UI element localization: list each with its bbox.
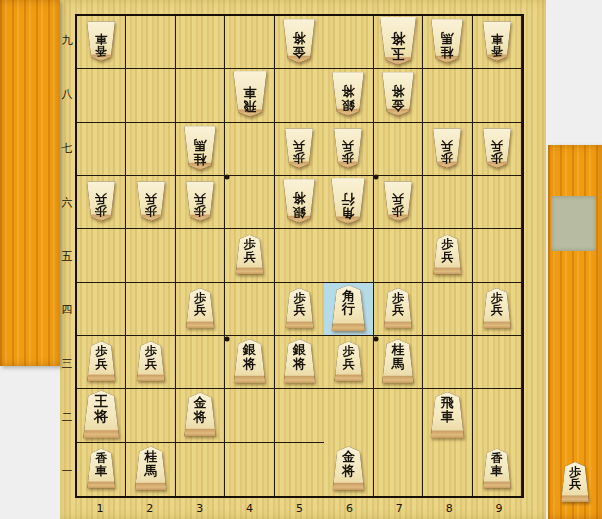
- rank-label: 三: [59, 337, 75, 391]
- piece-kanji: 角行: [330, 178, 367, 224]
- square-4五[interactable]: 歩兵: [225, 229, 274, 282]
- square-6七[interactable]: 歩兵: [324, 123, 373, 176]
- shogi-piece-歩兵[interactable]: 歩兵: [333, 341, 364, 381]
- piece-kanji: 歩兵: [135, 341, 166, 381]
- square-8四[interactable]: [423, 283, 472, 336]
- piece-kanji: 王将: [81, 391, 121, 439]
- shogi-piece-歩兵[interactable]: 歩兵: [234, 235, 265, 275]
- shogi-piece-銀将[interactable]: 銀将: [232, 339, 267, 383]
- rank-label: 八: [59, 68, 75, 122]
- square-3三[interactable]: [176, 336, 225, 389]
- square-9九[interactable]: 香車: [473, 16, 522, 69]
- square-7一[interactable]: [374, 443, 423, 496]
- piece-kanji: 桂馬: [430, 19, 465, 63]
- square-5七[interactable]: 歩兵: [275, 123, 324, 176]
- square-5四[interactable]: 歩兵: [275, 283, 324, 336]
- shogi-piece-角行[interactable]: 角行: [330, 178, 367, 224]
- rank-label: 四: [59, 283, 75, 337]
- square-7二[interactable]: [374, 389, 423, 442]
- square-3七[interactable]: 桂馬: [176, 123, 225, 176]
- square-4一[interactable]: [225, 443, 274, 496]
- square-9五[interactable]: [473, 229, 522, 282]
- square-6八[interactable]: 銀将: [324, 69, 373, 122]
- rank-label: 一: [59, 444, 75, 498]
- square-3五[interactable]: [176, 229, 225, 282]
- piece-kanji: 歩兵: [185, 288, 216, 328]
- piece-kanji: 歩兵: [284, 128, 315, 168]
- rank-label: 六: [59, 175, 75, 229]
- square-5八[interactable]: [275, 69, 324, 122]
- square-8七[interactable]: 歩兵: [423, 123, 472, 176]
- piece-kanji: 香車: [481, 449, 512, 489]
- piece-kanji: 歩兵: [560, 462, 591, 502]
- square-8三[interactable]: [423, 336, 472, 389]
- piece-kanji: 金将: [282, 19, 317, 63]
- shogi-piece-香車[interactable]: 香車: [86, 21, 117, 61]
- rank-label: 七: [59, 122, 75, 176]
- komadai-empty-slot: [551, 196, 596, 251]
- square-1三[interactable]: 歩兵: [77, 336, 126, 389]
- rank-label: 九: [59, 14, 75, 68]
- square-5五[interactable]: [275, 229, 324, 282]
- shogi-piece-桂馬[interactable]: 桂馬: [380, 339, 415, 383]
- piece-kanji: 金将: [331, 446, 366, 490]
- square-7三[interactable]: 桂馬: [374, 336, 423, 389]
- file-label: 1: [75, 498, 125, 518]
- piece-kanji: 歩兵: [382, 181, 413, 221]
- piece-kanji: 銀将: [331, 73, 366, 117]
- piece-kanji: 飛車: [429, 392, 466, 438]
- file-label: 4: [225, 498, 275, 518]
- square-1四[interactable]: [77, 283, 126, 336]
- square-6五[interactable]: [324, 229, 373, 282]
- piece-kanji: 歩兵: [234, 235, 265, 275]
- piece-kanji: 金将: [380, 73, 415, 117]
- square-1七[interactable]: [77, 123, 126, 176]
- shogi-piece-歩兵[interactable]: 歩兵: [481, 288, 512, 328]
- piece-kanji: 銀将: [232, 339, 267, 383]
- square-3一[interactable]: [176, 443, 225, 496]
- square-6一[interactable]: 金将: [324, 443, 373, 496]
- rank-label: 二: [59, 390, 75, 444]
- shogi-piece-歩兵[interactable]: 歩兵: [481, 128, 512, 168]
- square-2八[interactable]: [126, 69, 175, 122]
- square-7四[interactable]: 歩兵: [374, 283, 423, 336]
- piece-kanji: 歩兵: [333, 341, 364, 381]
- shogi-app: 歩兵 九八七六五四三二一 123456789 香車金将玉将桂馬香車飛車銀将金将桂…: [0, 0, 602, 519]
- square-1二[interactable]: 王将: [77, 389, 126, 442]
- square-2二[interactable]: [126, 389, 175, 442]
- shogi-piece-歩兵[interactable]: 歩兵: [284, 288, 315, 328]
- square-2六[interactable]: 歩兵: [126, 176, 175, 229]
- gote-hand-pieces: 歩兵: [560, 462, 591, 502]
- shogi-piece-歩兵[interactable]: 歩兵: [382, 181, 413, 221]
- piece-kanji: 歩兵: [481, 288, 512, 328]
- piece-kanji: 歩兵: [333, 128, 364, 168]
- shogi-piece-角行[interactable]: 角行: [330, 285, 367, 331]
- shogi-piece-香車[interactable]: 香車: [86, 449, 117, 489]
- square-8六[interactable]: [423, 176, 472, 229]
- square-4六[interactable]: [225, 176, 274, 229]
- shogi-piece-歩兵[interactable]: 歩兵: [382, 288, 413, 328]
- square-2七[interactable]: [126, 123, 175, 176]
- file-label: 8: [424, 498, 474, 518]
- square-7七[interactable]: [374, 123, 423, 176]
- square-3六[interactable]: 歩兵: [176, 176, 225, 229]
- piece-kanji: 歩兵: [481, 128, 512, 168]
- file-label: 2: [125, 498, 175, 518]
- square-4二[interactable]: [225, 389, 274, 442]
- square-4九[interactable]: [225, 16, 274, 69]
- square-6四[interactable]: 角行: [324, 283, 373, 336]
- square-6九[interactable]: [324, 16, 373, 69]
- rank-label: 五: [59, 229, 75, 283]
- square-7五[interactable]: [374, 229, 423, 282]
- square-9八[interactable]: [473, 69, 522, 122]
- square-4三[interactable]: 銀将: [225, 336, 274, 389]
- square-5一[interactable]: [275, 443, 324, 496]
- shogi-piece-歩兵[interactable]: 歩兵: [185, 181, 216, 221]
- file-label: 7: [374, 498, 424, 518]
- square-8二[interactable]: 飛車: [423, 389, 472, 442]
- square-3八[interactable]: [176, 69, 225, 122]
- piece-kanji: 歩兵: [185, 181, 216, 221]
- piece-kanji: 銀将: [282, 339, 317, 383]
- file-label: 9: [474, 498, 524, 518]
- piece-kanji: 飛車: [231, 72, 268, 118]
- shogi-piece-歩兵[interactable]: 歩兵: [432, 128, 463, 168]
- shogi-piece-銀将[interactable]: 銀将: [282, 339, 317, 383]
- square-4四[interactable]: [225, 283, 274, 336]
- shogi-piece-金将[interactable]: 金将: [331, 446, 366, 490]
- sente-komadai: [0, 0, 60, 366]
- square-9一[interactable]: 香車: [473, 443, 522, 496]
- shogi-piece-歩兵[interactable]: 歩兵: [284, 128, 315, 168]
- piece-kanji: 角行: [330, 285, 367, 331]
- shogi-piece-歩兵[interactable]: 歩兵: [333, 128, 364, 168]
- shogi-piece-桂馬[interactable]: 桂馬: [183, 126, 218, 170]
- square-4七[interactable]: [225, 123, 274, 176]
- piece-kanji: 玉将: [378, 17, 418, 65]
- shogi-piece-金将[interactable]: 金将: [183, 393, 218, 437]
- square-1一[interactable]: 香車: [77, 443, 126, 496]
- square-5二[interactable]: [275, 389, 324, 442]
- square-9三[interactable]: [473, 336, 522, 389]
- shogi-piece-歩兵[interactable]: 歩兵: [86, 341, 117, 381]
- shogi-piece-香車[interactable]: 香車: [481, 449, 512, 489]
- square-2一[interactable]: 桂馬: [126, 443, 175, 496]
- square-1六[interactable]: 歩兵: [77, 176, 126, 229]
- square-2九[interactable]: [126, 16, 175, 69]
- piece-kanji: 歩兵: [432, 128, 463, 168]
- rank-labels: 九八七六五四三二一: [59, 14, 75, 498]
- piece-kanji: 歩兵: [382, 288, 413, 328]
- shogi-piece-歩兵[interactable]: 歩兵: [560, 462, 591, 502]
- square-8九[interactable]: 桂馬: [423, 16, 472, 69]
- shogi-piece-銀将[interactable]: 銀将: [282, 179, 317, 223]
- piece-kanji: 歩兵: [135, 181, 166, 221]
- piece-kanji: 香車: [86, 449, 117, 489]
- square-5三[interactable]: 銀将: [275, 336, 324, 389]
- file-label: 3: [175, 498, 225, 518]
- shogi-piece-桂馬[interactable]: 桂馬: [133, 446, 168, 490]
- shogi-piece-歩兵[interactable]: 歩兵: [86, 181, 117, 221]
- piece-kanji: 銀将: [282, 179, 317, 223]
- square-6二[interactable]: [324, 389, 373, 442]
- shogi-piece-銀将[interactable]: 銀将: [331, 73, 366, 117]
- square-6三[interactable]: 歩兵: [324, 336, 373, 389]
- shogi-piece-香車[interactable]: 香車: [481, 21, 512, 61]
- square-5九[interactable]: 金将: [275, 16, 324, 69]
- piece-kanji: 歩兵: [86, 341, 117, 381]
- shogi-piece-歩兵[interactable]: 歩兵: [135, 341, 166, 381]
- square-7九[interactable]: 玉将: [374, 16, 423, 69]
- piece-kanji: 香車: [481, 21, 512, 61]
- square-2四[interactable]: [126, 283, 175, 336]
- square-5六[interactable]: 銀将: [275, 176, 324, 229]
- square-8一[interactable]: [423, 443, 472, 496]
- piece-kanji: 桂馬: [380, 339, 415, 383]
- square-3九[interactable]: [176, 16, 225, 69]
- file-label: 5: [275, 498, 325, 518]
- square-1九[interactable]: 香車: [77, 16, 126, 69]
- piece-kanji: 桂馬: [133, 446, 168, 490]
- piece-kanji: 金将: [183, 393, 218, 437]
- board-grid: 香車金将玉将桂馬香車飛車銀将金将桂馬歩兵歩兵歩兵歩兵歩兵歩兵歩兵銀将角行歩兵歩兵…: [75, 14, 524, 498]
- square-2三[interactable]: 歩兵: [126, 336, 175, 389]
- shogi-piece-玉将[interactable]: 玉将: [378, 17, 418, 65]
- square-9四[interactable]: 歩兵: [473, 283, 522, 336]
- square-4八[interactable]: 飛車: [225, 69, 274, 122]
- shogi-piece-金将[interactable]: 金将: [380, 73, 415, 117]
- piece-kanji: 歩兵: [284, 288, 315, 328]
- square-9七[interactable]: 歩兵: [473, 123, 522, 176]
- shogi-piece-金将[interactable]: 金将: [282, 19, 317, 63]
- shogi-piece-王将[interactable]: 王将: [81, 391, 121, 439]
- piece-kanji: 桂馬: [183, 126, 218, 170]
- square-1八[interactable]: [77, 69, 126, 122]
- piece-kanji: 歩兵: [86, 181, 117, 221]
- square-1五[interactable]: [77, 229, 126, 282]
- square-3四[interactable]: 歩兵: [176, 283, 225, 336]
- square-3二[interactable]: 金将: [176, 389, 225, 442]
- shogi-piece-歩兵[interactable]: 歩兵: [135, 181, 166, 221]
- piece-kanji: 香車: [86, 21, 117, 61]
- square-9二[interactable]: [473, 389, 522, 442]
- shogi-piece-飛車[interactable]: 飛車: [429, 392, 466, 438]
- shogi-piece-桂馬[interactable]: 桂馬: [430, 19, 465, 63]
- file-label: 6: [324, 498, 374, 518]
- shogi-piece-歩兵[interactable]: 歩兵: [185, 288, 216, 328]
- gote-komadai: 歩兵: [548, 145, 602, 519]
- square-6六[interactable]: 角行: [324, 176, 373, 229]
- file-labels: 123456789: [75, 498, 524, 518]
- square-7六[interactable]: 歩兵: [374, 176, 423, 229]
- square-8八[interactable]: [423, 69, 472, 122]
- square-2五[interactable]: [126, 229, 175, 282]
- piece-kanji: 歩兵: [432, 235, 463, 275]
- shogi-piece-飛車[interactable]: 飛車: [231, 72, 268, 118]
- square-7八[interactable]: 金将: [374, 69, 423, 122]
- shogi-piece-歩兵[interactable]: 歩兵: [432, 235, 463, 275]
- square-8五[interactable]: 歩兵: [423, 229, 472, 282]
- square-9六[interactable]: [473, 176, 522, 229]
